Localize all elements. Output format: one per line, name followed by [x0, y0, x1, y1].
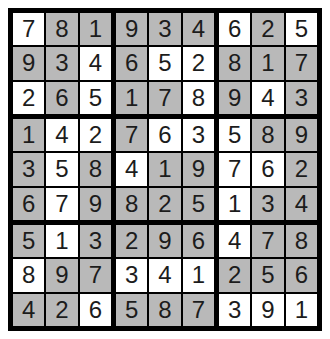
cell-r6c7[interactable]: 1	[219, 188, 250, 220]
cell-r6c2[interactable]: 7	[46, 188, 77, 220]
cell-r9c3[interactable]: 6	[80, 294, 111, 326]
cell-r5c9[interactable]: 2	[286, 153, 317, 185]
cell-r8c3[interactable]: 7	[80, 259, 111, 291]
cell-r2c7[interactable]: 8	[219, 47, 250, 79]
cell-r2c8[interactable]: 1	[252, 47, 283, 79]
cell-r2c3[interactable]: 4	[80, 47, 111, 79]
cell-r5c8[interactable]: 6	[252, 153, 283, 185]
cell-r3c6[interactable]: 8	[183, 82, 214, 114]
cell-r2c1[interactable]: 9	[13, 47, 44, 79]
cell-r7c1[interactable]: 5	[13, 225, 44, 257]
cell-r5c2[interactable]: 5	[46, 153, 77, 185]
cell-r6c6[interactable]: 5	[183, 188, 214, 220]
cell-r4c6[interactable]: 3	[183, 119, 214, 151]
cell-r8c5[interactable]: 4	[149, 259, 180, 291]
cell-r8c9[interactable]: 6	[286, 259, 317, 291]
cell-r9c9[interactable]: 1	[286, 294, 317, 326]
cell-r3c3[interactable]: 5	[80, 82, 111, 114]
cell-r7c6[interactable]: 6	[183, 225, 214, 257]
cell-r7c4[interactable]: 2	[116, 225, 147, 257]
box-9: 478256391	[219, 225, 317, 326]
cell-r4c3[interactable]: 2	[80, 119, 111, 151]
cell-r7c5[interactable]: 9	[149, 225, 180, 257]
sudoku-board: 7819342659346521786258179431423586797634…	[8, 8, 322, 331]
cell-r9c2[interactable]: 2	[46, 294, 77, 326]
cell-r5c6[interactable]: 9	[183, 153, 214, 185]
cell-r3c9[interactable]: 3	[286, 82, 317, 114]
cell-r1c4[interactable]: 9	[116, 13, 147, 45]
cell-r8c8[interactable]: 5	[252, 259, 283, 291]
cell-r2c9[interactable]: 7	[286, 47, 317, 79]
cell-r3c7[interactable]: 9	[219, 82, 250, 114]
cell-r9c7[interactable]: 3	[219, 294, 250, 326]
cell-r1c5[interactable]: 3	[149, 13, 180, 45]
cell-r8c6[interactable]: 1	[183, 259, 214, 291]
cell-r4c8[interactable]: 8	[252, 119, 283, 151]
cell-r1c8[interactable]: 2	[252, 13, 283, 45]
cell-r6c9[interactable]: 4	[286, 188, 317, 220]
cell-r5c1[interactable]: 3	[13, 153, 44, 185]
cell-r1c6[interactable]: 4	[183, 13, 214, 45]
cell-r9c4[interactable]: 5	[116, 294, 147, 326]
cell-r3c5[interactable]: 7	[149, 82, 180, 114]
box-3: 625817943	[219, 13, 317, 114]
page: 7819342659346521786258179431423586797634…	[0, 0, 330, 339]
box-7: 513897426	[13, 225, 111, 326]
cell-r4c2[interactable]: 4	[46, 119, 77, 151]
box-5: 763419825	[116, 119, 214, 220]
cell-r5c4[interactable]: 4	[116, 153, 147, 185]
cell-r7c7[interactable]: 4	[219, 225, 250, 257]
cell-r5c3[interactable]: 8	[80, 153, 111, 185]
cell-r1c1[interactable]: 7	[13, 13, 44, 45]
cell-r3c4[interactable]: 1	[116, 82, 147, 114]
cell-r2c2[interactable]: 3	[46, 47, 77, 79]
box-6: 589762134	[219, 119, 317, 220]
cell-r4c7[interactable]: 5	[219, 119, 250, 151]
cell-r6c3[interactable]: 9	[80, 188, 111, 220]
cell-r2c6[interactable]: 2	[183, 47, 214, 79]
cell-r3c8[interactable]: 4	[252, 82, 283, 114]
cell-r1c7[interactable]: 6	[219, 13, 250, 45]
cell-r7c9[interactable]: 8	[286, 225, 317, 257]
cell-r7c3[interactable]: 3	[80, 225, 111, 257]
cell-r8c1[interactable]: 8	[13, 259, 44, 291]
cell-r3c1[interactable]: 2	[13, 82, 44, 114]
cell-r1c2[interactable]: 8	[46, 13, 77, 45]
box-4: 142358679	[13, 119, 111, 220]
cell-r4c1[interactable]: 1	[13, 119, 44, 151]
cell-r7c2[interactable]: 1	[46, 225, 77, 257]
cell-r9c5[interactable]: 8	[149, 294, 180, 326]
cell-r4c5[interactable]: 6	[149, 119, 180, 151]
cell-r2c4[interactable]: 6	[116, 47, 147, 79]
cell-r2c5[interactable]: 5	[149, 47, 180, 79]
cell-r9c1[interactable]: 4	[13, 294, 44, 326]
cell-r3c2[interactable]: 6	[46, 82, 77, 114]
cell-r5c7[interactable]: 7	[219, 153, 250, 185]
cell-r1c3[interactable]: 1	[80, 13, 111, 45]
cell-r8c2[interactable]: 9	[46, 259, 77, 291]
cell-r6c8[interactable]: 3	[252, 188, 283, 220]
cell-r7c8[interactable]: 7	[252, 225, 283, 257]
cell-r8c7[interactable]: 2	[219, 259, 250, 291]
box-1: 781934265	[13, 13, 111, 114]
cell-r4c9[interactable]: 9	[286, 119, 317, 151]
cell-r8c4[interactable]: 3	[116, 259, 147, 291]
box-8: 296341587	[116, 225, 214, 326]
cell-r9c8[interactable]: 9	[252, 294, 283, 326]
cell-r1c9[interactable]: 5	[286, 13, 317, 45]
cell-r6c4[interactable]: 8	[116, 188, 147, 220]
cell-r9c6[interactable]: 7	[183, 294, 214, 326]
box-2: 934652178	[116, 13, 214, 114]
cell-r6c1[interactable]: 6	[13, 188, 44, 220]
cell-r4c4[interactable]: 7	[116, 119, 147, 151]
cell-r5c5[interactable]: 1	[149, 153, 180, 185]
cell-r6c5[interactable]: 2	[149, 188, 180, 220]
